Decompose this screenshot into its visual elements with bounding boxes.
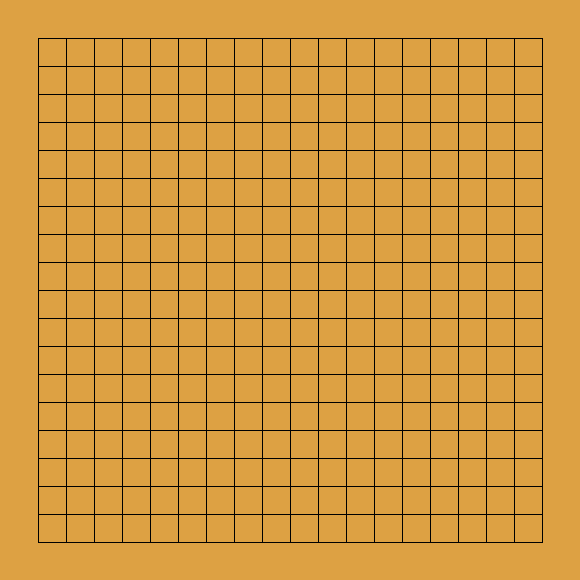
go-board [0,0,580,580]
board-gridlines [38,38,543,543]
